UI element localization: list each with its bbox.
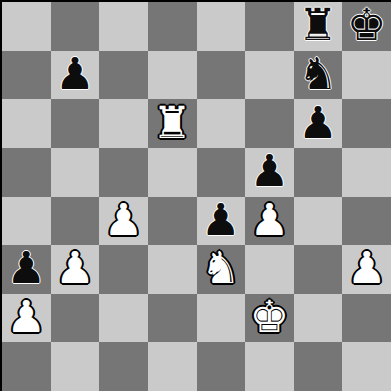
square-g4[interactable] (294, 197, 343, 246)
piece-white-king-f2[interactable]: ♚ (250, 295, 289, 339)
square-d5[interactable] (148, 148, 197, 197)
square-f6[interactable] (245, 99, 294, 148)
square-e1[interactable] (197, 342, 246, 391)
piece-black-pawn-g6[interactable]: ♟ (298, 101, 337, 145)
square-b3[interactable]: ♟ (51, 245, 100, 294)
square-a8[interactable] (2, 2, 51, 51)
square-a4[interactable] (2, 197, 51, 246)
square-d6[interactable]: ♜ (148, 99, 197, 148)
square-a2[interactable]: ♟ (2, 294, 51, 343)
square-f3[interactable] (245, 245, 294, 294)
piece-black-pawn-a3[interactable]: ♟ (7, 246, 46, 290)
square-e8[interactable] (197, 2, 246, 51)
square-c4[interactable]: ♟ (99, 197, 148, 246)
square-b4[interactable] (51, 197, 100, 246)
piece-white-knight-e3[interactable]: ♞ (201, 246, 240, 290)
square-h7[interactable] (342, 51, 391, 100)
square-b8[interactable] (51, 2, 100, 51)
piece-white-pawn-c4[interactable]: ♟ (104, 198, 143, 242)
square-c6[interactable] (99, 99, 148, 148)
square-h8[interactable]: ♚ (342, 2, 391, 51)
square-d3[interactable] (148, 245, 197, 294)
square-g2[interactable] (294, 294, 343, 343)
square-d8[interactable] (148, 2, 197, 51)
piece-black-king-h8[interactable]: ♚ (347, 3, 386, 47)
square-d1[interactable] (148, 342, 197, 391)
square-g7[interactable]: ♞ (294, 51, 343, 100)
square-h2[interactable] (342, 294, 391, 343)
square-g3[interactable] (294, 245, 343, 294)
piece-white-rook-d6[interactable]: ♜ (152, 101, 191, 145)
piece-black-rook-g8[interactable]: ♜ (298, 3, 337, 47)
square-h3[interactable]: ♟ (342, 245, 391, 294)
piece-white-pawn-b3[interactable]: ♟ (55, 246, 94, 290)
piece-white-pawn-a2[interactable]: ♟ (7, 295, 46, 339)
square-e5[interactable] (197, 148, 246, 197)
square-f5[interactable]: ♟ (245, 148, 294, 197)
square-e2[interactable] (197, 294, 246, 343)
square-g5[interactable] (294, 148, 343, 197)
square-a7[interactable] (2, 51, 51, 100)
square-b7[interactable]: ♟ (51, 51, 100, 100)
piece-black-pawn-e4[interactable]: ♟ (201, 198, 240, 242)
square-c5[interactable] (99, 148, 148, 197)
piece-black-pawn-f5[interactable]: ♟ (250, 149, 289, 193)
piece-white-pawn-f4[interactable]: ♟ (250, 198, 289, 242)
square-d2[interactable] (148, 294, 197, 343)
square-b2[interactable] (51, 294, 100, 343)
square-h6[interactable] (342, 99, 391, 148)
square-g6[interactable]: ♟ (294, 99, 343, 148)
square-h5[interactable] (342, 148, 391, 197)
square-d7[interactable] (148, 51, 197, 100)
square-f8[interactable] (245, 2, 294, 51)
square-c2[interactable] (99, 294, 148, 343)
square-c1[interactable] (99, 342, 148, 391)
square-d4[interactable] (148, 197, 197, 246)
square-a1[interactable] (2, 342, 51, 391)
piece-black-pawn-b7[interactable]: ♟ (55, 52, 94, 96)
square-b1[interactable] (51, 342, 100, 391)
square-f4[interactable]: ♟ (245, 197, 294, 246)
square-e6[interactable] (197, 99, 246, 148)
piece-black-knight-g7[interactable]: ♞ (298, 52, 337, 96)
square-h4[interactable] (342, 197, 391, 246)
square-h1[interactable] (342, 342, 391, 391)
square-b6[interactable] (51, 99, 100, 148)
square-e7[interactable] (197, 51, 246, 100)
square-f2[interactable]: ♚ (245, 294, 294, 343)
square-b5[interactable] (51, 148, 100, 197)
chess-board-frame: ♜♚♟♞♜♟♟♟♟♟♟♟♞♟♟♚ (0, 0, 391, 391)
square-c3[interactable] (99, 245, 148, 294)
square-c8[interactable] (99, 2, 148, 51)
square-g8[interactable]: ♜ (294, 2, 343, 51)
square-g1[interactable] (294, 342, 343, 391)
square-f1[interactable] (245, 342, 294, 391)
square-e3[interactable]: ♞ (197, 245, 246, 294)
square-c7[interactable] (99, 51, 148, 100)
square-e4[interactable]: ♟ (197, 197, 246, 246)
square-f7[interactable] (245, 51, 294, 100)
chess-board: ♜♚♟♞♜♟♟♟♟♟♟♟♞♟♟♚ (2, 2, 391, 391)
square-a6[interactable] (2, 99, 51, 148)
piece-white-pawn-h3[interactable]: ♟ (347, 246, 386, 290)
square-a3[interactable]: ♟ (2, 245, 51, 294)
square-a5[interactable] (2, 148, 51, 197)
